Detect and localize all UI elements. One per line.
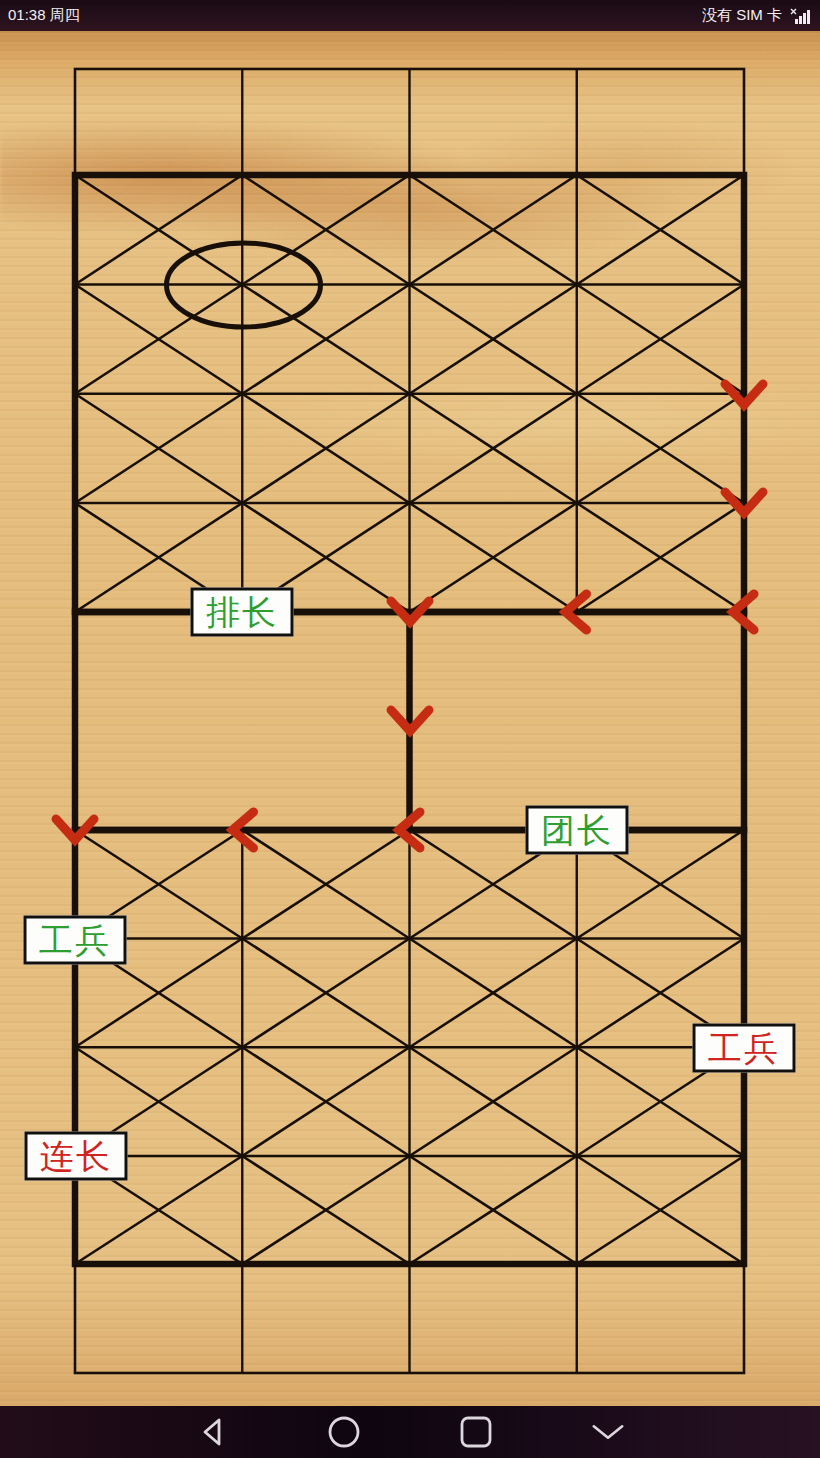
screen: 01:38 周四 没有 SIM 卡 排长团长工兵工兵连长 bbox=[0, 0, 820, 1458]
piece-red-engineer[interactable]: 工兵 bbox=[693, 1024, 796, 1073]
hide-nav-button[interactable] bbox=[590, 1415, 626, 1449]
status-bar: 01:38 周四 没有 SIM 卡 bbox=[0, 0, 820, 31]
piece-green-regiment-commander[interactable]: 团长 bbox=[526, 806, 629, 855]
parchment-texture bbox=[0, 31, 820, 1406]
back-button[interactable] bbox=[194, 1415, 230, 1449]
status-right: 没有 SIM 卡 bbox=[702, 6, 812, 26]
piece-green-engineer[interactable]: 工兵 bbox=[24, 916, 127, 965]
piece-red-company-commander[interactable]: 连长 bbox=[25, 1132, 128, 1181]
nav-bar bbox=[0, 1406, 820, 1458]
sim-status-text: 没有 SIM 卡 bbox=[702, 6, 782, 25]
piece-green-platoon-leader[interactable]: 排长 bbox=[191, 588, 294, 637]
home-button[interactable] bbox=[326, 1415, 362, 1449]
board-area[interactable] bbox=[0, 31, 820, 1406]
recents-button[interactable] bbox=[458, 1415, 494, 1449]
status-time: 01:38 周四 bbox=[8, 6, 80, 25]
signal-bars-icon bbox=[788, 6, 812, 26]
